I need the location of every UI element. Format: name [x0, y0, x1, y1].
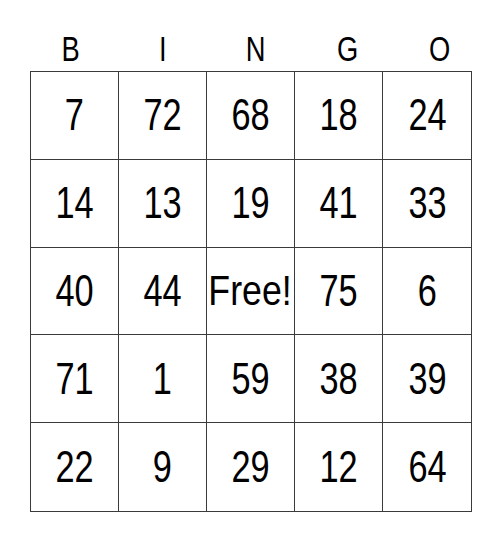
cell-r1c2[interactable]: 72 [119, 72, 207, 160]
free-cell: Free! [207, 248, 295, 336]
cell-r3c5[interactable]: 6 [383, 248, 471, 336]
cell-r2c2[interactable]: 13 [119, 160, 207, 248]
cell-r1c3[interactable]: 68 [207, 72, 295, 160]
header-letter-i: I [159, 31, 167, 66]
cell-r5c3[interactable]: 29 [207, 423, 295, 511]
cell-number: 72 [143, 93, 181, 137]
cell-number: 44 [143, 269, 181, 313]
cell-number: 14 [55, 181, 93, 225]
cell-r3c4[interactable]: 75 [295, 248, 383, 336]
cell-r4c2[interactable]: 1 [119, 335, 207, 423]
cell-number: 29 [231, 445, 269, 489]
cell-number: 38 [319, 357, 357, 401]
bingo-board-grid: 7 72 68 18 24 14 13 19 41 33 40 44 Free!… [30, 71, 472, 512]
cell-number: 12 [319, 445, 357, 489]
cell-r2c1[interactable]: 14 [31, 160, 119, 248]
cell-number: 59 [231, 357, 269, 401]
cell-number: 1 [153, 357, 172, 401]
header-letter-o: O [429, 31, 450, 66]
free-cell-label: Free! [209, 270, 292, 312]
cell-r5c4[interactable]: 12 [295, 423, 383, 511]
cell-r5c5[interactable]: 64 [383, 423, 471, 511]
cell-number: 13 [143, 181, 181, 225]
cell-number: 22 [55, 445, 93, 489]
cell-number: 40 [55, 269, 93, 313]
bingo-card: B I N G O 7 72 68 18 24 14 13 19 41 33 4… [0, 0, 500, 544]
cell-number: 18 [319, 93, 357, 137]
header-letter-n: N [246, 31, 266, 66]
cell-r4c1[interactable]: 71 [31, 335, 119, 423]
cell-number: 6 [417, 269, 436, 313]
cell-r4c4[interactable]: 38 [295, 335, 383, 423]
header-letter-g: G [337, 31, 358, 66]
cell-r1c4[interactable]: 18 [295, 72, 383, 160]
cell-r2c5[interactable]: 33 [383, 160, 471, 248]
cell-number: 7 [65, 93, 84, 137]
cell-r5c1[interactable]: 22 [31, 423, 119, 511]
cell-number: 24 [408, 93, 446, 137]
cell-r2c3[interactable]: 19 [207, 160, 295, 248]
cell-number: 19 [231, 181, 269, 225]
cell-number: 41 [319, 181, 357, 225]
cell-r3c2[interactable]: 44 [119, 248, 207, 336]
bingo-header-row: B I N G O [25, 0, 486, 71]
cell-number: 33 [408, 181, 446, 225]
cell-r3c1[interactable]: 40 [31, 248, 119, 336]
cell-r2c4[interactable]: 41 [295, 160, 383, 248]
cell-r4c3[interactable]: 59 [207, 335, 295, 423]
cell-number: 64 [408, 445, 446, 489]
cell-number: 68 [231, 93, 269, 137]
cell-number: 71 [55, 357, 93, 401]
cell-number: 39 [408, 357, 446, 401]
cell-r4c5[interactable]: 39 [383, 335, 471, 423]
cell-r1c1[interactable]: 7 [31, 72, 119, 160]
cell-number: 9 [153, 445, 172, 489]
header-letter-b: B [62, 31, 80, 66]
cell-r1c5[interactable]: 24 [383, 72, 471, 160]
cell-number: 75 [319, 269, 357, 313]
cell-r5c2[interactable]: 9 [119, 423, 207, 511]
